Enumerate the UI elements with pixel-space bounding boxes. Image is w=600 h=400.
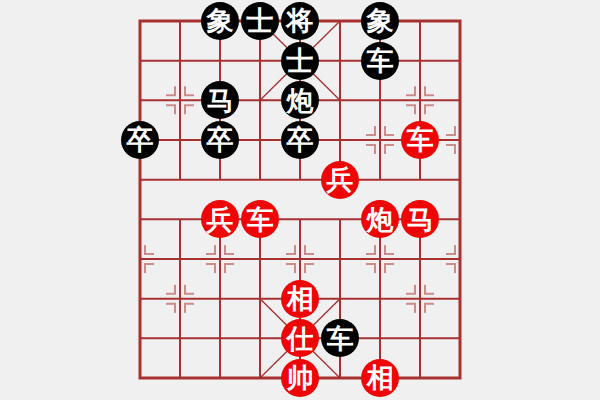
piece-black-chariot[interactable]: 车 (361, 42, 399, 80)
piece-red-general[interactable]: 帅 (281, 359, 319, 397)
piece-red-advisor[interactable]: 仕 (281, 319, 319, 357)
piece-black-soldier[interactable]: 卒 (201, 121, 239, 159)
piece-black-elephant[interactable]: 象 (201, 2, 239, 40)
piece-black-elephant[interactable]: 象 (361, 2, 399, 40)
piece-black-cannon[interactable]: 炮 (281, 81, 319, 119)
piece-black-advisor[interactable]: 士 (281, 42, 319, 80)
xiangqi-board-screen: 象士将象士车马炮卒卒卒车兵兵车炮马相仕车帅相 (0, 0, 600, 400)
piece-red-soldier[interactable]: 兵 (201, 200, 239, 238)
piece-red-soldier[interactable]: 兵 (321, 161, 359, 199)
piece-black-soldier[interactable]: 卒 (281, 121, 319, 159)
piece-black-advisor[interactable]: 士 (241, 2, 279, 40)
pieces-layer: 象士将象士车马炮卒卒卒车兵兵车炮马相仕车帅相 (120, 1, 480, 398)
piece-black-soldier[interactable]: 卒 (121, 121, 159, 159)
piece-black-general[interactable]: 将 (281, 2, 319, 40)
piece-red-horse[interactable]: 马 (401, 200, 439, 238)
piece-red-elephant[interactable]: 相 (361, 359, 399, 397)
piece-black-horse[interactable]: 马 (201, 81, 239, 119)
piece-red-chariot[interactable]: 车 (241, 200, 279, 238)
piece-black-chariot[interactable]: 车 (321, 319, 359, 357)
piece-red-cannon[interactable]: 炮 (361, 200, 399, 238)
piece-red-elephant[interactable]: 相 (281, 280, 319, 318)
piece-red-chariot[interactable]: 车 (401, 121, 439, 159)
